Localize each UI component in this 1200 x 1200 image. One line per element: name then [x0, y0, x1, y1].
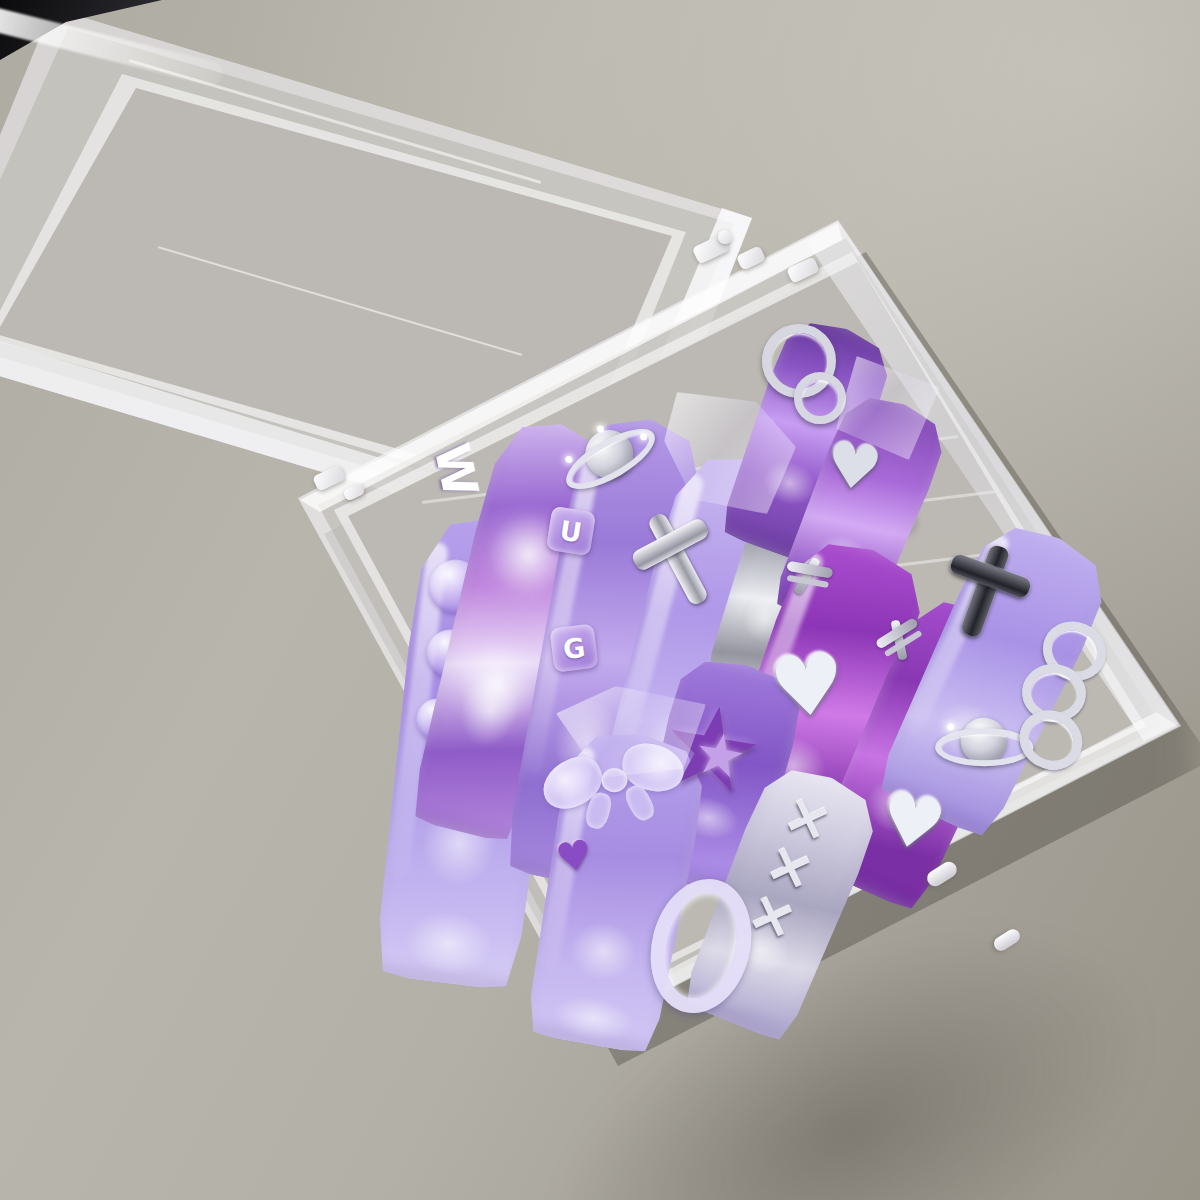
photo-canvas: W U G ♥ ♥ ♥ ★ ★ ♥ × × ×	[0, 0, 1200, 1200]
letter-bead-w: W	[427, 439, 485, 501]
nail-tip-glow	[386, 901, 512, 985]
silver-hoop-small-icon	[794, 372, 846, 424]
purple-star-core: ★	[689, 722, 750, 788]
rhinestone-sparkle	[946, 723, 954, 731]
purple-heart-gem-icon: ♥	[553, 833, 595, 879]
letter-bead-u: U	[546, 506, 596, 556]
hinge-knob	[718, 230, 732, 244]
nail-gloss	[550, 900, 658, 1003]
letter-bead-g: G	[549, 623, 598, 672]
rhinestone-sparkle	[565, 455, 573, 463]
letter-bead-g-text: G	[561, 631, 587, 664]
crystal-heart-gem-icon: ♥	[766, 640, 850, 731]
lace-x: ×	[742, 883, 804, 948]
letter-bead-u-text: U	[558, 514, 585, 548]
